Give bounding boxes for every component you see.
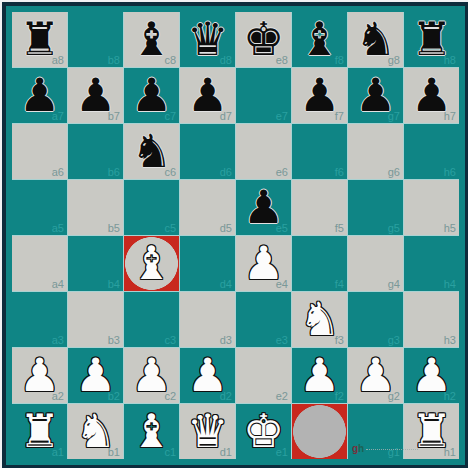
square-label-d1: d1 <box>220 446 232 458</box>
square-f6[interactable]: f6 <box>292 124 347 179</box>
square-g8[interactable]: g8♞ <box>348 12 403 67</box>
square-label-h7: h7 <box>444 110 456 122</box>
square-h8[interactable]: h8♜ <box>404 12 459 67</box>
square-f5[interactable]: f5 <box>292 180 347 235</box>
square-a6[interactable]: a6 <box>12 124 67 179</box>
square-label-e1: e1 <box>276 446 288 458</box>
square-label-c7: c7 <box>164 110 176 122</box>
square-h4[interactable]: h4 <box>404 236 459 291</box>
square-label-b6: b6 <box>108 166 120 178</box>
square-label-g3: g3 <box>388 334 400 346</box>
square-label-c2: c2 <box>164 390 176 402</box>
square-f1[interactable] <box>292 404 347 459</box>
square-label-b1: b1 <box>108 446 120 458</box>
square-label-b5: b5 <box>108 222 120 234</box>
square-label-c8: c8 <box>164 54 176 66</box>
square-label-e6: e6 <box>276 166 288 178</box>
square-label-h5: h5 <box>444 222 456 234</box>
square-e3[interactable]: e3 <box>236 292 291 347</box>
square-label-d8: d8 <box>220 54 232 66</box>
square-g4[interactable]: g4 <box>348 236 403 291</box>
square-g5[interactable]: g5 <box>348 180 403 235</box>
square-label-d5: d5 <box>220 222 232 234</box>
square-e8[interactable]: e8♚ <box>236 12 291 67</box>
square-label-a6: a6 <box>52 166 64 178</box>
square-f3[interactable]: f3♞ <box>292 292 347 347</box>
square-a8[interactable]: a8♜ <box>12 12 67 67</box>
square-a1[interactable]: a1♜ <box>12 404 67 459</box>
square-a7[interactable]: a7♟ <box>12 68 67 123</box>
square-b7[interactable]: b7♟ <box>68 68 123 123</box>
square-label-f8: f8 <box>335 54 344 66</box>
square-label-h8: h8 <box>444 54 456 66</box>
square-d4[interactable]: d4 <box>180 236 235 291</box>
square-c6[interactable]: c6♞ <box>124 124 179 179</box>
square-label-e2: e2 <box>276 390 288 402</box>
watermark: gh <box>352 444 418 454</box>
square-c5[interactable]: c5 <box>124 180 179 235</box>
square-c7[interactable]: c7♟ <box>124 68 179 123</box>
square-b5[interactable]: b5 <box>68 180 123 235</box>
square-g3[interactable]: g3 <box>348 292 403 347</box>
square-d1[interactable]: d1♛ <box>180 404 235 459</box>
square-label-d2: d2 <box>220 390 232 402</box>
square-h6[interactable]: h6 <box>404 124 459 179</box>
square-a5[interactable]: a5 <box>12 180 67 235</box>
board-grid: a8♜b8c8♝d8♛e8♚f8♝g8♞h8♜a7♟b7♟c7♟d7♟e7f7♟… <box>12 12 459 459</box>
square-a3[interactable]: a3 <box>12 292 67 347</box>
square-h7[interactable]: h7♟ <box>404 68 459 123</box>
square-label-h1: h1 <box>444 446 456 458</box>
square-d2[interactable]: d2♟ <box>180 348 235 403</box>
square-label-d4: d4 <box>220 278 232 290</box>
square-d5[interactable]: d5 <box>180 180 235 235</box>
square-h2[interactable]: h2♟ <box>404 348 459 403</box>
square-label-a2: a2 <box>52 390 64 402</box>
square-label-d3: d3 <box>220 334 232 346</box>
square-g7[interactable]: g7♟ <box>348 68 403 123</box>
square-e4[interactable]: e4♟ <box>236 236 291 291</box>
square-label-g8: g8 <box>388 54 400 66</box>
square-c2[interactable]: c2♟ <box>124 348 179 403</box>
square-label-h3: h3 <box>444 334 456 346</box>
square-label-g2: g2 <box>388 390 400 402</box>
square-g2[interactable]: g2♟ <box>348 348 403 403</box>
square-label-h6: h6 <box>444 166 456 178</box>
square-label-g6: g6 <box>388 166 400 178</box>
square-d6[interactable]: d6 <box>180 124 235 179</box>
square-label-a8: a8 <box>52 54 64 66</box>
square-label-b4: b4 <box>108 278 120 290</box>
square-label-a3: a3 <box>52 334 64 346</box>
square-label-c6: c6 <box>164 166 176 178</box>
square-label-f7: f7 <box>335 110 344 122</box>
square-label-d7: d7 <box>220 110 232 122</box>
square-g6[interactable]: g6 <box>348 124 403 179</box>
square-c4[interactable]: ♝ <box>124 236 179 291</box>
square-c3[interactable]: c3 <box>124 292 179 347</box>
square-label-h2: h2 <box>444 390 456 402</box>
square-c8[interactable]: c8♝ <box>124 12 179 67</box>
chess-board: a8♜b8c8♝d8♛e8♚f8♝g8♞h8♜a7♟b7♟c7♟d7♟e7f7♟… <box>2 2 468 468</box>
square-b1[interactable]: b1♞ <box>68 404 123 459</box>
square-label-g4: g4 <box>388 278 400 290</box>
square-e2[interactable]: e2 <box>236 348 291 403</box>
square-label-f4: f4 <box>335 278 344 290</box>
square-label-f3: f3 <box>335 334 344 346</box>
square-label-b3: b3 <box>108 334 120 346</box>
square-label-f6: f6 <box>335 166 344 178</box>
square-d7[interactable]: d7♟ <box>180 68 235 123</box>
piece-white-bishop[interactable]: ♝ <box>124 236 179 291</box>
square-label-c5: c5 <box>164 222 176 234</box>
square-h3[interactable]: h3 <box>404 292 459 347</box>
square-e5[interactable]: e5♟ <box>236 180 291 235</box>
square-label-g7: g7 <box>388 110 400 122</box>
square-f4[interactable]: f4 <box>292 236 347 291</box>
square-d8[interactable]: d8♛ <box>180 12 235 67</box>
square-label-f5: f5 <box>335 222 344 234</box>
square-label-e8: e8 <box>276 54 288 66</box>
watermark-line <box>366 449 418 450</box>
square-f7[interactable]: f7♟ <box>292 68 347 123</box>
square-label-a4: a4 <box>52 278 64 290</box>
square-label-c3: c3 <box>164 334 176 346</box>
square-label-h4: h4 <box>444 278 456 290</box>
square-e7[interactable]: e7 <box>236 68 291 123</box>
square-d3[interactable]: d3 <box>180 292 235 347</box>
square-c1[interactable]: c1♝ <box>124 404 179 459</box>
square-label-b7: b7 <box>108 110 120 122</box>
square-label-e5: e5 <box>276 222 288 234</box>
square-label-c1: c1 <box>164 446 176 458</box>
square-label-e7: e7 <box>276 110 288 122</box>
square-f2[interactable]: f2♟ <box>292 348 347 403</box>
square-label-d6: d6 <box>220 166 232 178</box>
square-label-a5: a5 <box>52 222 64 234</box>
square-b8[interactable]: b8 <box>68 12 123 67</box>
square-label-a1: a1 <box>52 446 64 458</box>
square-label-a7: a7 <box>52 110 64 122</box>
square-label-b8: b8 <box>108 54 120 66</box>
square-label-e4: e4 <box>276 278 288 290</box>
square-b3[interactable]: b3 <box>68 292 123 347</box>
square-b4[interactable]: b4 <box>68 236 123 291</box>
square-label-e3: e3 <box>276 334 288 346</box>
square-h5[interactable]: h5 <box>404 180 459 235</box>
square-label-g5: g5 <box>388 222 400 234</box>
square-label-b2: b2 <box>108 390 120 402</box>
square-b6[interactable]: b6 <box>68 124 123 179</box>
square-e6[interactable]: e6 <box>236 124 291 179</box>
watermark-char-2: h <box>358 444 364 454</box>
square-f8[interactable]: f8♝ <box>292 12 347 67</box>
square-e1[interactable]: e1♚ <box>236 404 291 459</box>
square-a4[interactable]: a4 <box>12 236 67 291</box>
square-a2[interactable]: a2♟ <box>12 348 67 403</box>
square-label-f2: f2 <box>335 390 344 402</box>
square-b2[interactable]: b2♟ <box>68 348 123 403</box>
